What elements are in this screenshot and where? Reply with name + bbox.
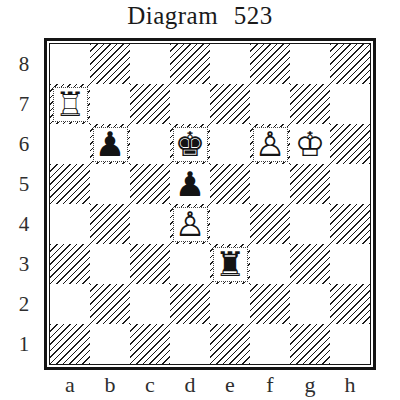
- square-b4: [90, 204, 130, 244]
- square-h8: [330, 44, 370, 84]
- white-rook-a7: ♖: [50, 84, 90, 124]
- square-f8: [250, 44, 290, 84]
- board-frame: ♖♟♚♙♔♟♙♜: [44, 38, 376, 370]
- rank-label-4: 4: [12, 204, 36, 244]
- square-f6: ♙: [250, 124, 290, 164]
- white-pawn-f6: ♙: [250, 124, 290, 164]
- rank-labels: 87654321: [12, 44, 36, 364]
- square-h1: [330, 324, 370, 364]
- black-pawn-d5: ♟: [170, 164, 210, 204]
- rank-label-3: 3: [12, 244, 36, 284]
- file-label-e: e: [210, 371, 250, 399]
- black-king-d6: ♚: [170, 124, 210, 164]
- square-e2: [210, 284, 250, 324]
- square-a1: [50, 324, 90, 364]
- square-h5: [330, 164, 370, 204]
- square-b2: [90, 284, 130, 324]
- square-d8: [170, 44, 210, 84]
- file-labels: abcdefgh: [50, 371, 370, 399]
- square-e4: [210, 204, 250, 244]
- square-e3: ♜: [210, 244, 250, 284]
- rank-label-2: 2: [12, 284, 36, 324]
- square-e1: [210, 324, 250, 364]
- square-b8: [90, 44, 130, 84]
- square-f7: [250, 84, 290, 124]
- square-d3: [170, 244, 210, 284]
- square-g4: [290, 204, 330, 244]
- file-label-f: f: [250, 371, 290, 399]
- file-label-h: h: [330, 371, 370, 399]
- square-f5: [250, 164, 290, 204]
- file-label-c: c: [130, 371, 170, 399]
- square-a2: [50, 284, 90, 324]
- square-g8: [290, 44, 330, 84]
- square-d7: [170, 84, 210, 124]
- square-a4: [50, 204, 90, 244]
- square-a6: [50, 124, 90, 164]
- square-c3: [130, 244, 170, 284]
- square-b7: [90, 84, 130, 124]
- file-label-g: g: [290, 371, 330, 399]
- square-c7: [130, 84, 170, 124]
- diagram-title: Diagram 523: [0, 2, 400, 30]
- square-e5: [210, 164, 250, 204]
- square-d4: ♙: [170, 204, 210, 244]
- square-h2: [330, 284, 370, 324]
- square-a5: [50, 164, 90, 204]
- white-pawn-d4: ♙: [170, 204, 210, 244]
- square-b3: [90, 244, 130, 284]
- rank-label-8: 8: [12, 44, 36, 84]
- square-d2: [170, 284, 210, 324]
- square-f3: [250, 244, 290, 284]
- square-e7: [210, 84, 250, 124]
- square-h3: [330, 244, 370, 284]
- square-a3: [50, 244, 90, 284]
- square-h4: [330, 204, 370, 244]
- square-f4: [250, 204, 290, 244]
- square-d6: ♚: [170, 124, 210, 164]
- square-a8: [50, 44, 90, 84]
- square-a7: ♖: [50, 84, 90, 124]
- square-c1: [130, 324, 170, 364]
- rank-label-1: 1: [12, 324, 36, 364]
- square-f1: [250, 324, 290, 364]
- square-e8: [210, 44, 250, 84]
- square-e6: [210, 124, 250, 164]
- square-h6: [330, 124, 370, 164]
- file-label-b: b: [90, 371, 130, 399]
- rank-label-6: 6: [12, 124, 36, 164]
- rank-label-5: 5: [12, 164, 36, 204]
- square-c4: [130, 204, 170, 244]
- square-c2: [130, 284, 170, 324]
- square-c8: [130, 44, 170, 84]
- file-label-d: d: [170, 371, 210, 399]
- square-g2: [290, 284, 330, 324]
- white-king-g6: ♔: [290, 124, 330, 164]
- board: ♖♟♚♙♔♟♙♜: [49, 43, 371, 365]
- square-g7: [290, 84, 330, 124]
- square-h7: [330, 84, 370, 124]
- square-g6: ♔: [290, 124, 330, 164]
- square-d5: ♟: [170, 164, 210, 204]
- file-label-a: a: [50, 371, 90, 399]
- square-g3: [290, 244, 330, 284]
- black-rook-e3: ♜: [210, 244, 250, 284]
- square-g5: [290, 164, 330, 204]
- square-g1: [290, 324, 330, 364]
- square-d1: [170, 324, 210, 364]
- square-b1: [90, 324, 130, 364]
- black-pawn-b6: ♟: [90, 124, 130, 164]
- rank-label-7: 7: [12, 84, 36, 124]
- square-f2: [250, 284, 290, 324]
- square-c6: [130, 124, 170, 164]
- square-c5: [130, 164, 170, 204]
- square-b5: [90, 164, 130, 204]
- square-b6: ♟: [90, 124, 130, 164]
